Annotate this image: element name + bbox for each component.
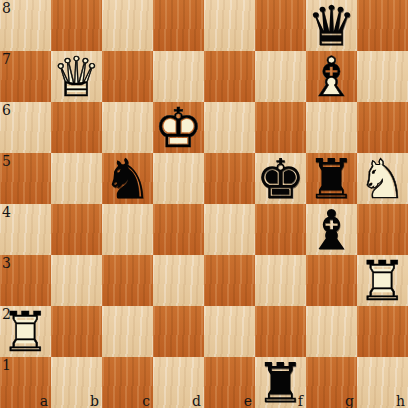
- square-e5[interactable]: [204, 153, 255, 204]
- square-f3[interactable]: [255, 255, 306, 306]
- square-f1[interactable]: f♜: [255, 357, 306, 408]
- square-b4[interactable]: [51, 204, 102, 255]
- square-f4[interactable]: [255, 204, 306, 255]
- square-d8[interactable]: [153, 0, 204, 51]
- white-king[interactable]: ♔: [153, 102, 204, 153]
- square-e6[interactable]: [204, 102, 255, 153]
- rank-label-8: 8: [2, 1, 11, 15]
- square-h7[interactable]: [357, 51, 408, 102]
- chess-board-wrapper: 8♛7♛♕♝♗6♚♔5♞♚♜♞♘4♝3♜♖2♜♖1abcdef♜gh: [0, 0, 408, 408]
- square-f6[interactable]: [255, 102, 306, 153]
- rank-label-3: 3: [2, 256, 11, 270]
- square-b5[interactable]: [51, 153, 102, 204]
- square-d1[interactable]: d: [153, 357, 204, 408]
- square-c3[interactable]: [102, 255, 153, 306]
- square-h5[interactable]: ♞♘: [357, 153, 408, 204]
- file-label-a: a: [40, 394, 48, 408]
- square-h3[interactable]: ♜♖: [357, 255, 408, 306]
- file-label-b: b: [90, 394, 99, 408]
- square-c2[interactable]: [102, 306, 153, 357]
- square-b7[interactable]: ♛♕: [51, 51, 102, 102]
- square-g7[interactable]: ♝♗: [306, 51, 357, 102]
- square-b2[interactable]: [51, 306, 102, 357]
- square-d3[interactable]: [153, 255, 204, 306]
- white-rook[interactable]: ♖: [0, 306, 51, 357]
- square-b6[interactable]: [51, 102, 102, 153]
- square-f5[interactable]: ♚: [255, 153, 306, 204]
- square-f7[interactable]: [255, 51, 306, 102]
- white-knight[interactable]: ♘: [357, 153, 408, 204]
- white-queen[interactable]: ♕: [51, 51, 102, 102]
- file-label-h: h: [396, 394, 405, 408]
- black-rook[interactable]: ♜: [306, 153, 357, 204]
- square-e1[interactable]: e: [204, 357, 255, 408]
- rank-label-7: 7: [2, 52, 11, 66]
- square-a2[interactable]: 2♜♖: [0, 306, 51, 357]
- white-bishop[interactable]: ♗: [306, 51, 357, 102]
- square-h2[interactable]: [357, 306, 408, 357]
- square-d5[interactable]: [153, 153, 204, 204]
- square-g3[interactable]: [306, 255, 357, 306]
- square-g6[interactable]: [306, 102, 357, 153]
- square-c6[interactable]: [102, 102, 153, 153]
- square-g8[interactable]: ♛: [306, 0, 357, 51]
- file-label-d: d: [192, 394, 201, 408]
- file-label-e: e: [244, 394, 252, 408]
- square-h4[interactable]: [357, 204, 408, 255]
- square-g1[interactable]: g: [306, 357, 357, 408]
- rank-label-6: 6: [2, 103, 11, 117]
- square-a5[interactable]: 5: [0, 153, 51, 204]
- square-g4[interactable]: ♝: [306, 204, 357, 255]
- square-a7[interactable]: 7: [0, 51, 51, 102]
- square-c5[interactable]: ♞: [102, 153, 153, 204]
- square-b8[interactable]: [51, 0, 102, 51]
- square-c7[interactable]: [102, 51, 153, 102]
- square-d4[interactable]: [153, 204, 204, 255]
- chess-board: 8♛7♛♕♝♗6♚♔5♞♚♜♞♘4♝3♜♖2♜♖1abcdef♜gh: [0, 0, 408, 408]
- square-e7[interactable]: [204, 51, 255, 102]
- square-c8[interactable]: [102, 0, 153, 51]
- black-rook[interactable]: ♜: [255, 357, 306, 408]
- square-d6[interactable]: ♚♔: [153, 102, 204, 153]
- square-a6[interactable]: 6: [0, 102, 51, 153]
- square-a8[interactable]: 8: [0, 0, 51, 51]
- black-knight[interactable]: ♞: [102, 153, 153, 204]
- square-c1[interactable]: c: [102, 357, 153, 408]
- white-rook[interactable]: ♖: [357, 255, 408, 306]
- rank-label-5: 5: [2, 154, 11, 168]
- square-f8[interactable]: [255, 0, 306, 51]
- square-e2[interactable]: [204, 306, 255, 357]
- square-h6[interactable]: [357, 102, 408, 153]
- square-e3[interactable]: [204, 255, 255, 306]
- square-a1[interactable]: 1a: [0, 357, 51, 408]
- square-h1[interactable]: h: [357, 357, 408, 408]
- file-label-c: c: [142, 394, 150, 408]
- square-g5[interactable]: ♜: [306, 153, 357, 204]
- square-d7[interactable]: [153, 51, 204, 102]
- square-h8[interactable]: [357, 0, 408, 51]
- black-bishop[interactable]: ♝: [306, 204, 357, 255]
- square-b3[interactable]: [51, 255, 102, 306]
- square-e8[interactable]: [204, 0, 255, 51]
- square-a4[interactable]: 4: [0, 204, 51, 255]
- square-f2[interactable]: [255, 306, 306, 357]
- black-queen[interactable]: ♛: [306, 0, 357, 51]
- square-e4[interactable]: [204, 204, 255, 255]
- black-king[interactable]: ♚: [255, 153, 306, 204]
- rank-label-4: 4: [2, 205, 11, 219]
- square-b1[interactable]: b: [51, 357, 102, 408]
- square-g2[interactable]: [306, 306, 357, 357]
- square-c4[interactable]: [102, 204, 153, 255]
- file-label-g: g: [345, 394, 354, 408]
- square-d2[interactable]: [153, 306, 204, 357]
- square-a3[interactable]: 3: [0, 255, 51, 306]
